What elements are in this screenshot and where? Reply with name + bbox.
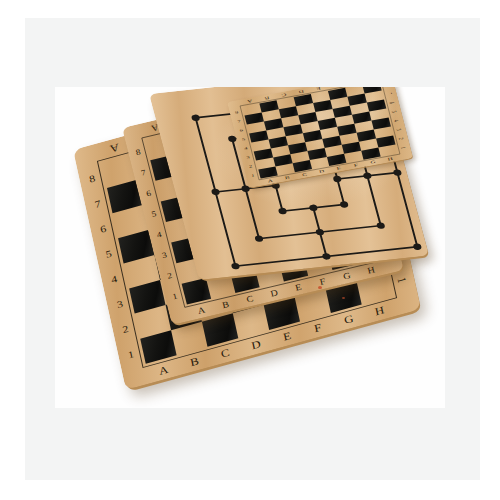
rank-label: 7 — [380, 89, 399, 98]
rank-label: 1 — [246, 170, 260, 181]
rank-label: 1 — [118, 339, 144, 370]
rank-label: 3 — [389, 125, 408, 134]
red-photo-artifact — [342, 297, 345, 299]
rank-label: 4 — [387, 116, 406, 125]
product-photo: ABCDEFGHABCDEFGH8765432187654321 ABCDEFG… — [55, 87, 445, 408]
rank-label: 2 — [392, 134, 411, 143]
rank-label: 6 — [383, 98, 402, 107]
product-photo-screenshot: ABCDEFGHABCDEFGH8765432187654321 ABCDEFG… — [0, 0, 500, 500]
rank-label: 1 — [394, 143, 413, 152]
red-photo-artifact — [318, 286, 322, 289]
rank-label: 5 — [385, 107, 404, 116]
